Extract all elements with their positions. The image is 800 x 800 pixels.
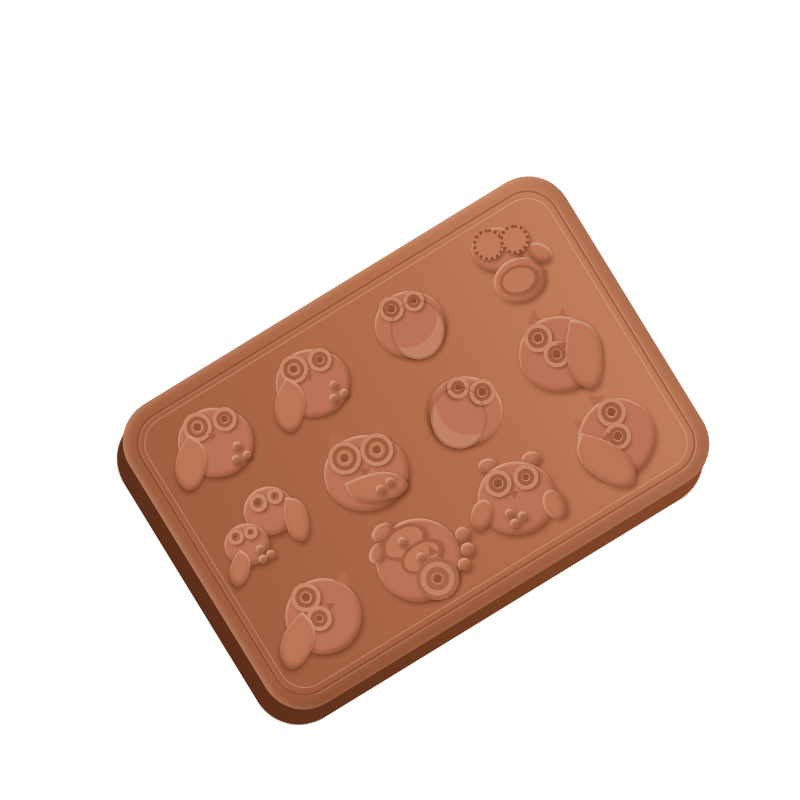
mold-tray bbox=[106, 160, 725, 726]
owl-cavity-classic bbox=[310, 420, 424, 525]
owl-chest-dot bbox=[258, 554, 268, 564]
owl-cavity-wingleft bbox=[166, 399, 268, 492]
owl-cavity-twins bbox=[215, 482, 325, 583]
owl-cavity-sleepy bbox=[359, 279, 463, 374]
owl-feather-scallop bbox=[457, 557, 471, 571]
owl-chest-dot bbox=[339, 388, 349, 398]
owl-chest-dot bbox=[242, 450, 251, 459]
owl-cavity-peanut bbox=[363, 507, 479, 613]
owl-cavity-wingleft bbox=[261, 337, 366, 434]
owl-cavity-flower bbox=[459, 222, 558, 312]
owl-flower-eye bbox=[500, 224, 530, 254]
owl-wing-large bbox=[282, 497, 312, 542]
owl-cavity-leafdown bbox=[269, 570, 377, 668]
photo-background bbox=[0, 0, 800, 800]
owl-cavity-sleepy bbox=[412, 365, 517, 461]
